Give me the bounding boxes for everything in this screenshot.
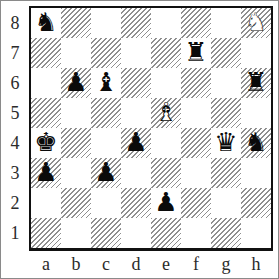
- square-d8: [121, 8, 151, 38]
- piece-black-pawn-d4: ♟: [121, 128, 151, 158]
- piece-black-knight-a8: ♞: [31, 8, 61, 38]
- square-c8: [91, 8, 121, 38]
- square-a6: [31, 68, 61, 98]
- square-g4: ♛: [211, 128, 241, 158]
- square-e2: ♟: [151, 188, 181, 218]
- square-d3: [121, 158, 151, 188]
- rank-label-3: 3: [3, 158, 27, 188]
- square-e6: [151, 68, 181, 98]
- square-b7: [61, 38, 91, 68]
- square-f1: [181, 218, 211, 248]
- square-e1: [151, 218, 181, 248]
- square-h3: [241, 158, 271, 188]
- piece-black-rook-h6: ♜: [241, 68, 271, 98]
- square-g3: [211, 158, 241, 188]
- file-label-e: e: [151, 251, 181, 277]
- square-a5: [31, 98, 61, 128]
- square-a2: [31, 188, 61, 218]
- square-a3: ♟: [31, 158, 61, 188]
- square-c3: ♟: [91, 158, 121, 188]
- square-c7: [91, 38, 121, 68]
- square-c6: ♝: [91, 68, 121, 98]
- square-d2: [121, 188, 151, 218]
- rank-label-5: 5: [3, 98, 27, 128]
- square-g2: [211, 188, 241, 218]
- square-a1: [31, 218, 61, 248]
- file-label-g: g: [211, 251, 241, 277]
- rank-label-1: 1: [3, 218, 27, 248]
- square-h7: [241, 38, 271, 68]
- square-f7: ♜: [181, 38, 211, 68]
- piece-black-rook-f7: ♜: [181, 38, 211, 68]
- square-g1: [211, 218, 241, 248]
- square-d6: [121, 68, 151, 98]
- piece-white-bishop-e5: ♝♗: [151, 98, 181, 128]
- square-e3: [151, 158, 181, 188]
- square-h6: ♜: [241, 68, 271, 98]
- square-c2: [91, 188, 121, 218]
- rank-label-8: 8: [3, 8, 27, 38]
- square-c5: [91, 98, 121, 128]
- square-f2: [181, 188, 211, 218]
- square-g7: [211, 38, 241, 68]
- file-label-f: f: [181, 251, 211, 277]
- file-label-h: h: [241, 251, 271, 277]
- piece-black-queen-g4: ♛: [211, 128, 241, 158]
- square-b1: [61, 218, 91, 248]
- square-h4: ♞: [241, 128, 271, 158]
- piece-white-knight-h8: ♞♘: [241, 8, 271, 38]
- square-d1: [121, 218, 151, 248]
- piece-black-king-a4: ♚: [31, 128, 61, 158]
- piece-black-bishop-c6: ♝: [91, 68, 121, 98]
- piece-black-pawn-b6: ♟: [61, 68, 91, 98]
- piece-black-knight-h4: ♞: [241, 128, 271, 158]
- square-h8: ♞♘: [241, 8, 271, 38]
- square-a4: ♚: [31, 128, 61, 158]
- square-a8: ♞: [31, 8, 61, 38]
- piece-black-pawn-e2: ♟: [151, 188, 181, 218]
- square-e8: [151, 8, 181, 38]
- square-c1: [91, 218, 121, 248]
- rank-label-6: 6: [3, 68, 27, 98]
- square-g5: [211, 98, 241, 128]
- file-label-c: c: [91, 251, 121, 277]
- square-e5: ♝♗: [151, 98, 181, 128]
- square-b6: ♟: [61, 68, 91, 98]
- square-f6: [181, 68, 211, 98]
- square-d4: ♟: [121, 128, 151, 158]
- square-b2: [61, 188, 91, 218]
- file-label-a: a: [31, 251, 61, 277]
- square-f3: [181, 158, 211, 188]
- square-f4: [181, 128, 211, 158]
- rank-label-4: 4: [3, 128, 27, 158]
- square-e7: [151, 38, 181, 68]
- file-label-b: b: [61, 251, 91, 277]
- board: ♞♞♘♜♟♝♜♝♗♚♟♛♞♟♟♟: [29, 6, 273, 251]
- rank-label-2: 2: [3, 188, 27, 218]
- chess-diagram: 87654321 ♞♞♘♜♟♝♜♝♗♚♟♛♞♟♟♟ abcdefgh: [0, 0, 279, 279]
- square-h5: [241, 98, 271, 128]
- square-g8: [211, 8, 241, 38]
- square-f8: [181, 8, 211, 38]
- square-d5: [121, 98, 151, 128]
- square-h2: [241, 188, 271, 218]
- square-a7: [31, 38, 61, 68]
- rank-labels: 87654321: [3, 8, 27, 248]
- square-f5: [181, 98, 211, 128]
- rank-label-7: 7: [3, 38, 27, 68]
- piece-black-pawn-c3: ♟: [91, 158, 121, 188]
- square-c4: [91, 128, 121, 158]
- piece-black-pawn-a3: ♟: [31, 158, 61, 188]
- file-label-d: d: [121, 251, 151, 277]
- square-b3: [61, 158, 91, 188]
- square-b4: [61, 128, 91, 158]
- square-e4: [151, 128, 181, 158]
- square-h1: [241, 218, 271, 248]
- square-b8: [61, 8, 91, 38]
- file-labels: abcdefgh: [31, 251, 271, 277]
- square-b5: [61, 98, 91, 128]
- square-g6: [211, 68, 241, 98]
- square-d7: [121, 38, 151, 68]
